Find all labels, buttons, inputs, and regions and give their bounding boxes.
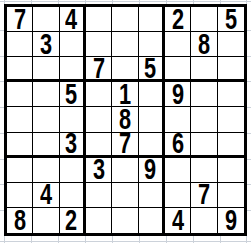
given-digit: 2: [65, 208, 77, 233]
cell-r2c1[interactable]: [7, 32, 33, 57]
cell-r9c4[interactable]: [86, 208, 112, 233]
sudoku-screenshot: 74253875519837639478249: [0, 0, 251, 243]
cell-r9c3[interactable]: 2: [60, 208, 86, 233]
cell-r8c7[interactable]: [165, 183, 191, 208]
cell-r8c4[interactable]: [86, 183, 112, 208]
given-digit: 5: [225, 7, 237, 32]
cell-r3c9[interactable]: [218, 57, 244, 82]
cell-r6c1[interactable]: [7, 133, 33, 158]
given-digit: 4: [65, 7, 77, 32]
cell-r5c3[interactable]: [60, 107, 86, 132]
cell-r3c8[interactable]: [191, 57, 217, 82]
cell-r4c1[interactable]: [7, 82, 33, 107]
cell-r2c7[interactable]: [165, 32, 191, 57]
cell-r7c8[interactable]: [191, 158, 217, 183]
cell-r8c1[interactable]: [7, 183, 33, 208]
cell-r9c7[interactable]: 4: [165, 208, 191, 233]
cell-r5c9[interactable]: [218, 107, 244, 132]
cell-r1c6[interactable]: [139, 7, 165, 32]
cell-r3c1[interactable]: [7, 57, 33, 82]
given-digit: 3: [93, 158, 105, 183]
given-digit: 9: [172, 82, 184, 107]
cell-r6c6[interactable]: [139, 133, 165, 158]
given-digit: 4: [172, 208, 184, 233]
given-digit: 7: [93, 57, 105, 82]
cell-r5c7[interactable]: [165, 107, 191, 132]
cell-r2c3[interactable]: [60, 32, 86, 57]
cell-r7c5[interactable]: [112, 158, 138, 183]
cell-r3c6[interactable]: 5: [139, 57, 165, 82]
given-digit: 4: [40, 183, 52, 208]
given-digit: 8: [198, 32, 210, 57]
cell-r4c8[interactable]: [191, 82, 217, 107]
cell-r1c7[interactable]: 2: [165, 7, 191, 32]
cell-r6c8[interactable]: [191, 133, 217, 158]
given-digit: 5: [65, 82, 77, 107]
cell-r9c6[interactable]: [139, 208, 165, 233]
cell-r8c9[interactable]: [218, 183, 244, 208]
cell-r6c4[interactable]: [86, 133, 112, 158]
cell-r7c6[interactable]: 9: [139, 158, 165, 183]
faint-gridline-horizontal: [0, 1, 251, 2]
cell-r4c4[interactable]: [86, 82, 112, 107]
cell-r6c9[interactable]: [218, 133, 244, 158]
cell-r3c4[interactable]: 7: [86, 57, 112, 82]
cell-r2c2[interactable]: 3: [33, 32, 59, 57]
cell-r4c5[interactable]: 1: [112, 82, 138, 107]
cell-r1c9[interactable]: 5: [218, 7, 244, 32]
cell-r4c7[interactable]: 9: [165, 82, 191, 107]
cell-r1c3[interactable]: 4: [60, 7, 86, 32]
cell-r6c3[interactable]: 3: [60, 133, 86, 158]
cell-r6c7[interactable]: 6: [165, 133, 191, 158]
cell-r8c8[interactable]: 7: [191, 183, 217, 208]
cell-r8c6[interactable]: [139, 183, 165, 208]
cell-r2c5[interactable]: [112, 32, 138, 57]
cell-r7c4[interactable]: 3: [86, 158, 112, 183]
cell-r2c4[interactable]: [86, 32, 112, 57]
cell-r7c1[interactable]: [7, 158, 33, 183]
cell-r1c1[interactable]: 7: [7, 7, 33, 32]
cell-r3c7[interactable]: [165, 57, 191, 82]
cell-r7c9[interactable]: [218, 158, 244, 183]
given-digit: 7: [14, 7, 26, 32]
given-digit: 7: [198, 183, 210, 208]
cell-r5c5[interactable]: 8: [112, 107, 138, 132]
cell-r3c2[interactable]: [33, 57, 59, 82]
cell-r4c9[interactable]: [218, 82, 244, 107]
cell-r1c2[interactable]: [33, 7, 59, 32]
cell-r2c6[interactable]: [139, 32, 165, 57]
cell-r7c7[interactable]: [165, 158, 191, 183]
given-digit: 1: [119, 82, 131, 107]
cell-r5c6[interactable]: [139, 107, 165, 132]
cell-r4c3[interactable]: 5: [60, 82, 86, 107]
cell-r2c8[interactable]: 8: [191, 32, 217, 57]
cell-r6c2[interactable]: [33, 133, 59, 158]
cell-r9c8[interactable]: [191, 208, 217, 233]
cell-r8c2[interactable]: 4: [33, 183, 59, 208]
cell-r6c5[interactable]: 7: [112, 133, 138, 158]
cell-r9c5[interactable]: [112, 208, 138, 233]
given-digit: 7: [119, 133, 131, 158]
cell-r1c8[interactable]: [191, 7, 217, 32]
cell-r7c3[interactable]: [60, 158, 86, 183]
cell-r8c5[interactable]: [112, 183, 138, 208]
cell-r7c2[interactable]: [33, 158, 59, 183]
cell-r4c2[interactable]: [33, 82, 59, 107]
cell-r8c3[interactable]: [60, 183, 86, 208]
cell-r3c3[interactable]: [60, 57, 86, 82]
given-digit: 5: [144, 57, 156, 82]
given-digit: 8: [14, 208, 26, 233]
cell-r5c8[interactable]: [191, 107, 217, 132]
given-digit: 8: [119, 107, 131, 132]
faint-gridline-horizontal: [0, 241, 251, 242]
cell-r5c2[interactable]: [33, 107, 59, 132]
given-digit: 3: [40, 32, 52, 57]
given-digit: 3: [65, 133, 77, 158]
cell-r1c5[interactable]: [112, 7, 138, 32]
cell-r1c4[interactable]: [86, 7, 112, 32]
cell-r3c5[interactable]: [112, 57, 138, 82]
given-digit: 6: [172, 133, 184, 158]
given-digit: 9: [144, 158, 156, 183]
cell-r9c9[interactable]: 9: [218, 208, 244, 233]
cell-r9c2[interactable]: [33, 208, 59, 233]
sudoku-board: 74253875519837639478249: [4, 4, 247, 236]
cell-r2c9[interactable]: [218, 32, 244, 57]
cell-r5c4[interactable]: [86, 107, 112, 132]
cell-r4c6[interactable]: [139, 82, 165, 107]
given-digit: 2: [172, 7, 184, 32]
cell-r5c1[interactable]: [7, 107, 33, 132]
given-digit: 9: [225, 208, 237, 233]
cell-r9c1[interactable]: 8: [7, 208, 33, 233]
